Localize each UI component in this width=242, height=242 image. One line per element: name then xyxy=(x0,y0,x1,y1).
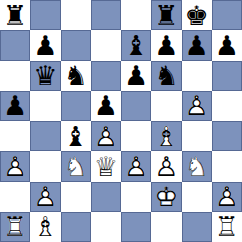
square-h7[interactable]: ♟ xyxy=(212,30,242,60)
square-h4[interactable] xyxy=(212,121,242,151)
square-g1[interactable] xyxy=(182,212,212,242)
square-g4[interactable] xyxy=(182,121,212,151)
square-a2[interactable] xyxy=(0,182,30,212)
square-h6[interactable] xyxy=(212,61,242,91)
white-knight-g3[interactable]: ♞♘ xyxy=(182,151,212,181)
square-h5[interactable] xyxy=(212,91,242,121)
square-b4[interactable] xyxy=(30,121,60,151)
square-b7[interactable]: ♟ xyxy=(30,30,60,60)
white-king-f2[interactable]: ♚♔ xyxy=(151,182,181,212)
piece-glyph: ♟ xyxy=(94,92,118,119)
piece-outline-glyph: ♙ xyxy=(33,183,57,210)
square-c7[interactable] xyxy=(61,30,91,60)
black-pawn-f7[interactable]: ♟ xyxy=(151,30,181,60)
piece-glyph: ♟ xyxy=(3,92,27,119)
square-c4[interactable]: ♝ xyxy=(61,121,91,151)
piece-outline-glyph: ♖ xyxy=(3,213,27,240)
black-rook-a8[interactable]: ♜ xyxy=(0,0,30,30)
square-c1[interactable] xyxy=(61,212,91,242)
piece-glyph: ♞ xyxy=(64,62,88,89)
piece-outline-glyph: ♙ xyxy=(154,153,178,180)
square-d7[interactable] xyxy=(91,30,121,60)
piece-glyph: ♝ xyxy=(124,32,148,59)
square-a8[interactable]: ♜ xyxy=(0,0,30,30)
white-pawn-g5[interactable]: ♟♙ xyxy=(182,91,212,121)
black-rook-f8[interactable]: ♜ xyxy=(151,0,181,30)
piece-glyph: ♞ xyxy=(154,62,178,89)
piece-outline-glyph: ♖ xyxy=(215,213,239,240)
square-f1[interactable] xyxy=(151,212,181,242)
square-g6[interactable] xyxy=(182,61,212,91)
piece-glyph: ♝ xyxy=(64,123,88,150)
square-b8[interactable] xyxy=(30,0,60,30)
white-pawn-b2[interactable]: ♟♙ xyxy=(30,182,60,212)
square-c2[interactable] xyxy=(61,182,91,212)
square-c6[interactable]: ♞ xyxy=(61,61,91,91)
piece-outline-glyph: ♗ xyxy=(33,213,57,240)
square-e3[interactable]: ♟♙ xyxy=(121,151,151,181)
piece-outline-glyph: ♕ xyxy=(94,153,118,180)
square-b5[interactable] xyxy=(30,91,60,121)
piece-outline-glyph: ♗ xyxy=(154,123,178,150)
square-f6[interactable]: ♞ xyxy=(151,61,181,91)
black-pawn-g7[interactable]: ♟ xyxy=(182,30,212,60)
black-knight-f6[interactable]: ♞ xyxy=(151,61,181,91)
square-c5[interactable] xyxy=(61,91,91,121)
square-a1[interactable]: ♜♖ xyxy=(0,212,30,242)
square-a6[interactable] xyxy=(0,61,30,91)
black-queen-b6[interactable]: ♛ xyxy=(30,61,60,91)
piece-glyph: ♚ xyxy=(185,2,209,29)
white-pawn-d4[interactable]: ♟♙ xyxy=(91,121,121,151)
white-pawn-a3[interactable]: ♟♙ xyxy=(0,151,30,181)
square-a7[interactable] xyxy=(0,30,30,60)
square-h3[interactable] xyxy=(212,151,242,181)
black-pawn-b7[interactable]: ♟ xyxy=(30,30,60,60)
piece-outline-glyph: ♙ xyxy=(94,123,118,150)
square-a4[interactable] xyxy=(0,121,30,151)
piece-outline-glyph: ♙ xyxy=(185,92,209,119)
square-a5[interactable]: ♟ xyxy=(0,91,30,121)
black-pawn-e6[interactable]: ♟ xyxy=(121,61,151,91)
black-pawn-a5[interactable]: ♟ xyxy=(0,91,30,121)
square-h1[interactable]: ♜♖ xyxy=(212,212,242,242)
black-knight-c6[interactable]: ♞ xyxy=(61,61,91,91)
square-c3[interactable]: ♞♘ xyxy=(61,151,91,181)
white-knight-c3[interactable]: ♞♘ xyxy=(61,151,91,181)
square-e1[interactable] xyxy=(121,212,151,242)
square-f2[interactable]: ♚♔ xyxy=(151,182,181,212)
square-g8[interactable]: ♚ xyxy=(182,0,212,30)
piece-glyph: ♟ xyxy=(215,32,239,59)
black-bishop-c4[interactable]: ♝ xyxy=(61,121,91,151)
piece-glyph: ♜ xyxy=(3,2,27,29)
square-h8[interactable] xyxy=(212,0,242,30)
black-pawn-d5[interactable]: ♟ xyxy=(91,91,121,121)
square-d2[interactable] xyxy=(91,182,121,212)
black-king-g8[interactable]: ♚ xyxy=(182,0,212,30)
square-g2[interactable] xyxy=(182,182,212,212)
square-h2[interactable]: ♟♙ xyxy=(212,182,242,212)
square-f8[interactable]: ♜ xyxy=(151,0,181,30)
piece-outline-glyph: ♙ xyxy=(215,183,239,210)
square-e7[interactable]: ♝ xyxy=(121,30,151,60)
square-e4[interactable] xyxy=(121,121,151,151)
square-f3[interactable]: ♟♙ xyxy=(151,151,181,181)
square-f7[interactable]: ♟ xyxy=(151,30,181,60)
square-a3[interactable]: ♟♙ xyxy=(0,151,30,181)
piece-glyph: ♟ xyxy=(185,32,209,59)
square-c8[interactable] xyxy=(61,0,91,30)
white-pawn-h2[interactable]: ♟♙ xyxy=(212,182,242,212)
square-d5[interactable]: ♟ xyxy=(91,91,121,121)
square-f5[interactable] xyxy=(151,91,181,121)
square-e8[interactable] xyxy=(121,0,151,30)
square-b6[interactable]: ♛ xyxy=(30,61,60,91)
square-d1[interactable] xyxy=(91,212,121,242)
piece-outline-glyph: ♙ xyxy=(3,153,27,180)
piece-outline-glyph: ♔ xyxy=(154,183,178,210)
piece-glyph: ♟ xyxy=(124,62,148,89)
square-f4[interactable]: ♝♗ xyxy=(151,121,181,151)
white-rook-h1[interactable]: ♜♖ xyxy=(212,212,242,242)
square-e6[interactable]: ♟ xyxy=(121,61,151,91)
square-d4[interactable]: ♟♙ xyxy=(91,121,121,151)
square-d8[interactable] xyxy=(91,0,121,30)
chess-board: ♜♜♚♟♝♟♟♟♛♞♟♞♟♟♟♙♝♟♙♝♗♟♙♞♘♛♕♟♙♟♙♞♘♟♙♚♔♟♙♜… xyxy=(0,0,242,242)
piece-glyph: ♜ xyxy=(154,2,178,29)
square-b2[interactable]: ♟♙ xyxy=(30,182,60,212)
black-pawn-h7[interactable]: ♟ xyxy=(212,30,242,60)
piece-glyph: ♟ xyxy=(154,32,178,59)
square-g3[interactable]: ♞♘ xyxy=(182,151,212,181)
square-d6[interactable] xyxy=(91,61,121,91)
white-pawn-f3[interactable]: ♟♙ xyxy=(151,151,181,181)
piece-outline-glyph: ♘ xyxy=(185,153,209,180)
white-pawn-e3[interactable]: ♟♙ xyxy=(121,151,151,181)
square-g5[interactable]: ♟♙ xyxy=(182,91,212,121)
white-bishop-f4[interactable]: ♝♗ xyxy=(151,121,181,151)
piece-outline-glyph: ♘ xyxy=(64,153,88,180)
white-queen-d3[interactable]: ♛♕ xyxy=(91,151,121,181)
white-bishop-b1[interactable]: ♝♗ xyxy=(30,212,60,242)
square-e2[interactable] xyxy=(121,182,151,212)
piece-outline-glyph: ♙ xyxy=(124,153,148,180)
square-g7[interactable]: ♟ xyxy=(182,30,212,60)
piece-glyph: ♟ xyxy=(33,32,57,59)
white-rook-a1[interactable]: ♜♖ xyxy=(0,212,30,242)
square-e5[interactable] xyxy=(121,91,151,121)
piece-glyph: ♛ xyxy=(33,62,57,89)
black-bishop-e7[interactable]: ♝ xyxy=(121,30,151,60)
square-b1[interactable]: ♝♗ xyxy=(30,212,60,242)
square-b3[interactable] xyxy=(30,151,60,181)
square-d3[interactable]: ♛♕ xyxy=(91,151,121,181)
